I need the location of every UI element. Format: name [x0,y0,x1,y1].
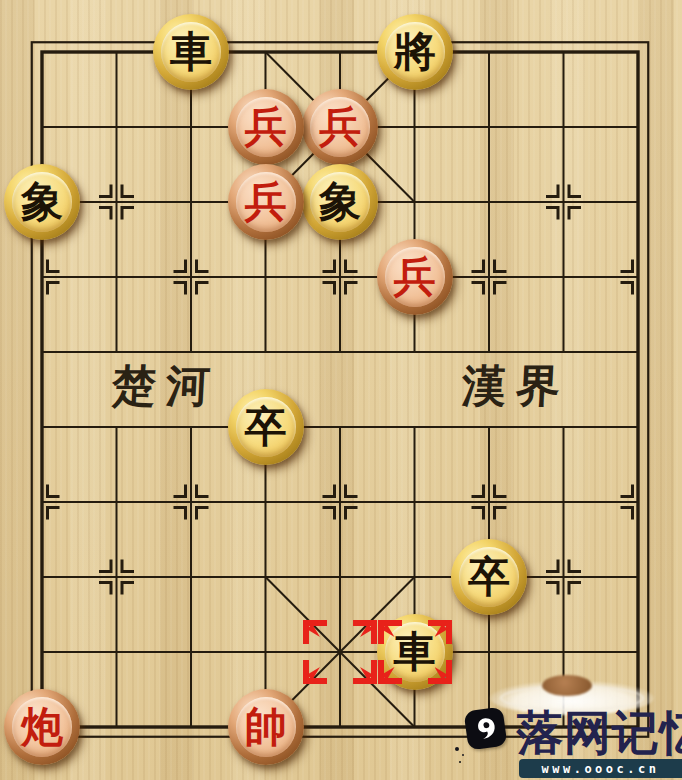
watermark-swirl-icon [470,713,500,743]
last-move-to-marker [378,620,452,684]
piece-glyph: 卒 [459,547,519,607]
piece-glyph: 帥 [236,697,296,757]
piece-glyph: 將 [385,22,445,82]
piece-glyph: 兵 [236,97,296,157]
piece-red-soldier[interactable]: 兵 [302,89,378,165]
piece-glyph: 象 [310,172,370,232]
piece-black-general[interactable]: 將 [377,14,453,90]
piece-black-soldier[interactable]: 卒 [451,539,527,615]
piece-red-soldier[interactable]: 兵 [228,89,304,165]
watermark-logo [463,706,507,750]
watermark-url-bar: www.oooc.cn [519,759,682,778]
watermark-url-text: www.oooc.cn [542,762,660,776]
watermark-site-name: 落网记忆 [516,708,682,758]
piece-glyph: 兵 [236,172,296,232]
last-move-from-marker [303,620,377,684]
piece-black-soldier[interactable]: 卒 [228,389,304,465]
piece-glyph: 兵 [385,247,445,307]
piece-grid: 將車兵兵象兵象兵卒卒車帥炮 [5,15,676,765]
piece-black-chariot[interactable]: 車 [153,14,229,90]
piece-glyph: 炮 [12,697,72,757]
piece-glyph: 車 [161,22,221,82]
piece-glyph: 象 [12,172,72,232]
piece-red-soldier[interactable]: 兵 [377,239,453,315]
piece-red-cannon[interactable]: 炮 [4,689,80,765]
piece-red-soldier[interactable]: 兵 [228,164,304,240]
watermark-ink-speckles [455,747,459,751]
piece-glyph: 卒 [236,397,296,457]
piece-glyph: 兵 [310,97,370,157]
piece-red-general[interactable]: 帥 [228,689,304,765]
piece-black-elephant[interactable]: 象 [4,164,80,240]
piece-black-elephant[interactable]: 象 [302,164,378,240]
